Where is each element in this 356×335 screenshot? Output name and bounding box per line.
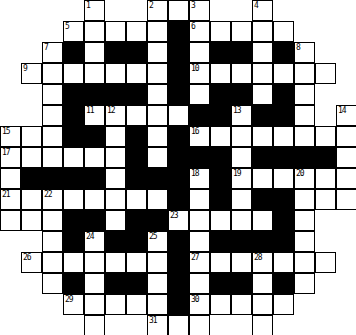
crossword-cell-r5c11[interactable]: 13	[231, 105, 252, 126]
crossword-cell-r1c6[interactable]	[126, 21, 147, 42]
block-cell-r13c5	[105, 273, 126, 294]
crossword-cell-r14c6[interactable]	[126, 294, 147, 315]
crossword-cell-r11c14[interactable]	[294, 231, 315, 252]
block-cell-r10c3	[63, 210, 84, 231]
block-cell-r11c6	[126, 231, 147, 252]
clue-number-30: 30	[191, 295, 199, 304]
crossword-cell-r5c4[interactable]: 11	[84, 105, 105, 126]
crossword-cell-r3c3[interactable]	[63, 63, 84, 84]
block-cell-r13c8	[168, 273, 189, 294]
block-cell-r2c13	[273, 42, 294, 63]
clue-number-13: 13	[233, 106, 241, 115]
block-cell-r13c6	[126, 273, 147, 294]
clue-number-11: 11	[86, 106, 94, 115]
void-area	[315, 105, 336, 126]
crossword-cell-r9c9[interactable]	[189, 189, 210, 210]
crossword-cell-r2c7[interactable]	[147, 42, 168, 63]
crossword-cell-r4c12[interactable]	[252, 84, 273, 105]
crossword-cell-r8c12[interactable]	[252, 168, 273, 189]
block-cell-r4c11	[231, 84, 252, 105]
void-area	[0, 231, 21, 252]
clue-number-17: 17	[2, 148, 10, 157]
void-area	[21, 315, 42, 335]
block-cell-r10c6	[126, 210, 147, 231]
crossword-cell-r10c5[interactable]	[105, 210, 126, 231]
block-cell-r4c4	[84, 84, 105, 105]
crossword-cell-r8c5[interactable]	[105, 168, 126, 189]
block-cell-r10c4	[84, 210, 105, 231]
block-cell-r4c8	[168, 84, 189, 105]
void-area	[315, 0, 336, 21]
crossword-cell-r8c13[interactable]	[273, 168, 294, 189]
clue-number-29: 29	[65, 295, 73, 304]
clue-number-2: 2	[149, 1, 153, 10]
crossword-cell-r1c7[interactable]	[147, 21, 168, 42]
crossword-cell-r5c8[interactable]	[168, 105, 189, 126]
void-area	[105, 315, 126, 335]
void-area	[0, 273, 21, 294]
crossword-cell-r1c5[interactable]	[105, 21, 126, 42]
clue-number-28: 28	[254, 253, 262, 262]
block-cell-r11c11	[231, 231, 252, 252]
clue-number-20: 20	[296, 169, 304, 178]
crossword-cell-r13c7[interactable]	[147, 273, 168, 294]
void-area	[126, 0, 147, 21]
block-cell-r7c10	[210, 147, 231, 168]
void-area	[42, 315, 63, 335]
void-area	[336, 273, 356, 294]
block-cell-r7c12	[252, 147, 273, 168]
block-cell-r11c8	[168, 231, 189, 252]
clue-number-31: 31	[149, 316, 157, 325]
void-area	[21, 84, 42, 105]
void-area	[0, 63, 21, 84]
block-cell-r8c6	[126, 168, 147, 189]
crossword-cell-r13c2[interactable]	[42, 273, 63, 294]
block-cell-r9c13	[273, 189, 294, 210]
void-area	[294, 21, 315, 42]
block-cell-r11c5	[105, 231, 126, 252]
crossword-cell-r0c7[interactable]: 2	[147, 0, 168, 21]
void-area	[63, 315, 84, 335]
crossword-cell-r3c5[interactable]	[105, 63, 126, 84]
crossword-cell-r3c7[interactable]	[147, 63, 168, 84]
void-area	[0, 105, 21, 126]
clue-number-18: 18	[191, 169, 199, 178]
crossword-cell-r6c12[interactable]	[252, 126, 273, 147]
void-area	[336, 231, 356, 252]
void-area	[315, 231, 336, 252]
crossword-cell-r0c9[interactable]: 3	[189, 0, 210, 21]
clue-number-9: 9	[23, 64, 27, 73]
void-area	[42, 294, 63, 315]
crossword-cell-r14c13[interactable]	[273, 294, 294, 315]
void-area	[336, 84, 356, 105]
crossword-cell-r9c3[interactable]	[63, 189, 84, 210]
block-cell-r4c6	[126, 84, 147, 105]
crossword-cell-r7c7[interactable]	[147, 147, 168, 168]
block-cell-r13c13	[273, 273, 294, 294]
void-area	[336, 252, 356, 273]
crossword-cell-r12c12[interactable]: 28	[252, 252, 273, 273]
void-area	[315, 294, 336, 315]
crossword-cell-r11c4[interactable]: 24	[84, 231, 105, 252]
crossword-cell-r11c7[interactable]: 25	[147, 231, 168, 252]
crossword-cell-r8c15[interactable]	[315, 168, 336, 189]
crossword-cell-r6c0[interactable]: 15	[0, 126, 21, 147]
crossword-cell-r6c11[interactable]	[231, 126, 252, 147]
crossword-cell-r9c2[interactable]: 22	[42, 189, 63, 210]
crossword-cell-r13c12[interactable]	[252, 273, 273, 294]
crossword-cell-r6c10[interactable]	[210, 126, 231, 147]
void-area	[42, 21, 63, 42]
crossword-cell-r6c15[interactable]	[315, 126, 336, 147]
void-area	[21, 231, 42, 252]
block-cell-r9c12	[252, 189, 273, 210]
clue-number-27: 27	[191, 253, 199, 262]
crossword-cell-r13c4[interactable]	[84, 273, 105, 294]
void-area	[0, 294, 21, 315]
void-area	[294, 315, 315, 335]
crossword-cell-r7c2[interactable]	[42, 147, 63, 168]
block-cell-r13c11	[231, 273, 252, 294]
void-area	[126, 315, 147, 335]
void-area	[336, 294, 356, 315]
block-cell-r5c9	[189, 105, 210, 126]
void-area	[63, 0, 84, 21]
void-area	[315, 21, 336, 42]
crossword-cell-r9c7[interactable]	[147, 189, 168, 210]
void-area	[21, 273, 42, 294]
crossword-cell-r3c4[interactable]	[84, 63, 105, 84]
block-cell-r6c3	[63, 126, 84, 147]
crossword-cell-r14c12[interactable]	[252, 294, 273, 315]
block-cell-r13c3	[63, 273, 84, 294]
crossword-cell-r8c11[interactable]: 19	[231, 168, 252, 189]
crossword-cell-r6c1[interactable]	[21, 126, 42, 147]
crossword-cell-r9c16[interactable]	[336, 189, 356, 210]
void-area	[21, 0, 42, 21]
crossword-cell-r9c0[interactable]: 21	[0, 189, 21, 210]
void-area	[336, 21, 356, 42]
crossword-cell-r3c14[interactable]	[294, 63, 315, 84]
void-area	[42, 0, 63, 21]
void-area	[336, 0, 356, 21]
block-cell-r11c10	[210, 231, 231, 252]
crossword-cell-r10c0[interactable]	[0, 210, 21, 231]
crossword-cell-r0c8[interactable]	[168, 0, 189, 21]
crossword-cell-r5c6[interactable]	[126, 105, 147, 126]
crossword-cell-r10c11[interactable]	[231, 210, 252, 231]
clue-number-5: 5	[65, 22, 69, 31]
block-cell-r2c3	[63, 42, 84, 63]
crossword-cell-r10c12[interactable]	[252, 210, 273, 231]
crossword-cell-r12c7[interactable]	[147, 252, 168, 273]
block-cell-r4c5	[105, 84, 126, 105]
clue-number-24: 24	[86, 232, 94, 241]
block-cell-r8c4	[84, 168, 105, 189]
block-cell-r5c3	[63, 105, 84, 126]
crossword-cell-r10c2[interactable]	[42, 210, 63, 231]
block-cell-r7c8	[168, 147, 189, 168]
void-area	[336, 42, 356, 63]
crossword-cell-r2c9[interactable]	[189, 42, 210, 63]
void-area	[0, 252, 21, 273]
void-area	[0, 84, 21, 105]
block-cell-r2c11	[231, 42, 252, 63]
crossword-cell-r5c5[interactable]: 12	[105, 105, 126, 126]
crossword-cell-r15c7[interactable]: 31	[147, 315, 168, 335]
crossword-cell-r12c14[interactable]	[294, 252, 315, 273]
crossword-cell-r4c2[interactable]	[42, 84, 63, 105]
clue-number-15: 15	[2, 127, 10, 136]
crossword-cell-r6c9[interactable]: 16	[189, 126, 210, 147]
block-cell-r10c7	[147, 210, 168, 231]
void-area	[231, 0, 252, 21]
block-cell-r2c5	[105, 42, 126, 63]
void-area	[294, 294, 315, 315]
crossword-cell-r12c6[interactable]	[126, 252, 147, 273]
crossword-cell-r12c15[interactable]	[315, 252, 336, 273]
crossword-cell-r13c9[interactable]	[189, 273, 210, 294]
block-cell-r7c14	[294, 147, 315, 168]
crossword-cell-r1c12[interactable]	[252, 21, 273, 42]
crossword-cell-r1c3[interactable]: 5	[63, 21, 84, 42]
block-cell-r12c8	[168, 252, 189, 273]
crossword-cell-r12c10[interactable]	[210, 252, 231, 273]
block-cell-r8c3	[63, 168, 84, 189]
crossword-cell-r3c11[interactable]	[231, 63, 252, 84]
block-cell-r5c12	[252, 105, 273, 126]
crossword-cell-r8c0[interactable]	[0, 168, 21, 189]
clue-number-21: 21	[2, 190, 10, 199]
void-area	[21, 21, 42, 42]
crossword-cell-r7c1[interactable]	[21, 147, 42, 168]
crossword-cell-r6c14[interactable]	[294, 126, 315, 147]
crossword-cell-r4c14[interactable]	[294, 84, 315, 105]
block-cell-r5c13	[273, 105, 294, 126]
block-cell-r8c1	[21, 168, 42, 189]
crossword-cell-r14c3[interactable]: 29	[63, 294, 84, 315]
crossword-cell-r5c14[interactable]	[294, 105, 315, 126]
crossword-cell-r1c10[interactable]	[210, 21, 231, 42]
clue-number-6: 6	[191, 22, 195, 31]
clue-number-26: 26	[23, 253, 31, 262]
crossword-cell-r0c4[interactable]: 1	[84, 0, 105, 21]
void-area	[336, 315, 356, 335]
crossword-cell-r6c13[interactable]	[273, 126, 294, 147]
void-area	[315, 210, 336, 231]
crossword-cell-r15c12[interactable]	[252, 315, 273, 335]
crossword-cell-r7c0[interactable]: 17	[0, 147, 21, 168]
crossword-cell-r3c15[interactable]	[315, 63, 336, 84]
crossword-cell-r3c2[interactable]	[42, 63, 63, 84]
crossword-cell-r2c4[interactable]	[84, 42, 105, 63]
void-area	[0, 315, 21, 335]
crossword-cell-r14c4[interactable]	[84, 294, 105, 315]
crossword-cell-r3c1[interactable]: 9	[21, 63, 42, 84]
crossword-cell-r1c13[interactable]	[273, 21, 294, 42]
void-area	[0, 0, 21, 21]
block-cell-r6c4	[84, 126, 105, 147]
crossword-cell-r15c4[interactable]	[84, 315, 105, 335]
block-cell-r8c10	[210, 168, 231, 189]
block-cell-r6c8	[168, 126, 189, 147]
crossword-cell-r9c5[interactable]	[105, 189, 126, 210]
crossword-cell-r9c15[interactable]	[315, 189, 336, 210]
crossword-cell-r12c4[interactable]	[84, 252, 105, 273]
block-cell-r5c10	[210, 105, 231, 126]
crossword-cell-r9c14[interactable]	[294, 189, 315, 210]
crossword-cell-r10c1[interactable]	[21, 210, 42, 231]
crossword-cell-r14c9[interactable]: 30	[189, 294, 210, 315]
crossword-cell-r14c5[interactable]	[105, 294, 126, 315]
clue-number-1: 1	[86, 1, 90, 10]
block-cell-r4c3	[63, 84, 84, 105]
crossword-cell-r3c10[interactable]	[210, 63, 231, 84]
block-cell-r11c3	[63, 231, 84, 252]
crossword-cell-r12c13[interactable]	[273, 252, 294, 273]
clue-number-16: 16	[191, 127, 199, 136]
crossword-cell-r6c16[interactable]	[336, 126, 356, 147]
block-cell-r2c6	[126, 42, 147, 63]
block-cell-r4c13	[273, 84, 294, 105]
crossword-cell-r0c12[interactable]: 4	[252, 0, 273, 21]
block-cell-r8c8	[168, 168, 189, 189]
block-cell-r9c10	[210, 189, 231, 210]
crossword-cell-r6c7[interactable]	[147, 126, 168, 147]
crossword-cell-r10c8[interactable]: 23	[168, 210, 189, 231]
void-area	[105, 0, 126, 21]
crossword-cell-r7c11[interactable]	[231, 147, 252, 168]
crossword-cell-r7c16[interactable]	[336, 147, 356, 168]
block-cell-r4c10	[210, 84, 231, 105]
clue-number-19: 19	[233, 169, 241, 178]
crossword-cell-r5c7[interactable]	[147, 105, 168, 126]
crossword-cell-r11c9[interactable]	[189, 231, 210, 252]
clue-number-10: 10	[191, 64, 199, 73]
crossword-cell-r9c1[interactable]	[21, 189, 42, 210]
void-area	[210, 0, 231, 21]
crossword-cell-r12c3[interactable]	[63, 252, 84, 273]
void-area	[21, 42, 42, 63]
void-area	[273, 315, 294, 335]
crossword-cell-r9c6[interactable]	[126, 189, 147, 210]
crossword-cell-r8c16[interactable]	[336, 168, 356, 189]
void-area	[21, 105, 42, 126]
clue-number-23: 23	[170, 211, 178, 220]
crossword-cell-r10c9[interactable]	[189, 210, 210, 231]
crossword-cell-r10c14[interactable]	[294, 210, 315, 231]
void-area	[315, 84, 336, 105]
clue-number-4: 4	[254, 1, 258, 10]
crossword-cell-r2c2[interactable]: 7	[42, 42, 63, 63]
crossword-board: 1234567891011121314151617181920212223242…	[0, 0, 356, 335]
block-cell-r1c8	[168, 21, 189, 42]
block-cell-r7c13	[273, 147, 294, 168]
block-cell-r3c8	[168, 63, 189, 84]
crossword-cell-r3c9[interactable]: 10	[189, 63, 210, 84]
crossword-cell-r4c7[interactable]	[147, 84, 168, 105]
crossword-cell-r1c11[interactable]	[231, 21, 252, 42]
crossword-cell-r2c14[interactable]: 8	[294, 42, 315, 63]
void-area	[210, 315, 231, 335]
block-cell-r7c15	[315, 147, 336, 168]
crossword-cell-r15c9[interactable]	[189, 315, 210, 335]
clue-number-8: 8	[296, 43, 300, 52]
void-area	[294, 0, 315, 21]
crossword-cell-r8c9[interactable]: 18	[189, 168, 210, 189]
clue-number-22: 22	[44, 190, 52, 199]
crossword-cell-r9c11[interactable]	[231, 189, 252, 210]
crossword-cell-r5c16[interactable]: 14	[336, 105, 356, 126]
crossword-cell-r12c5[interactable]	[105, 252, 126, 273]
clue-number-25: 25	[149, 232, 157, 241]
crossword-cell-r3c6[interactable]	[126, 63, 147, 84]
block-cell-r11c12	[252, 231, 273, 252]
void-area	[0, 21, 21, 42]
void-area	[315, 42, 336, 63]
crossword-cell-r11c2[interactable]	[42, 231, 63, 252]
block-cell-r8c2	[42, 168, 63, 189]
crossword-cell-r13c14[interactable]	[294, 273, 315, 294]
void-area	[315, 273, 336, 294]
crossword-cell-r6c5[interactable]	[105, 126, 126, 147]
block-cell-r8c7	[147, 168, 168, 189]
crossword-cell-r3c13[interactable]	[273, 63, 294, 84]
block-cell-r6c6	[126, 126, 147, 147]
clue-number-12: 12	[107, 106, 115, 115]
crossword-cell-r9c4[interactable]	[84, 189, 105, 210]
block-cell-r2c10	[210, 42, 231, 63]
crossword-cell-r7c4[interactable]	[84, 147, 105, 168]
block-cell-r7c6	[126, 147, 147, 168]
crossword-cell-r4c9[interactable]	[189, 84, 210, 105]
crossword-cell-r14c10[interactable]	[210, 294, 231, 315]
block-cell-r7c9	[189, 147, 210, 168]
crossword-cell-r12c9[interactable]: 27	[189, 252, 210, 273]
crossword-cell-r7c5[interactable]	[105, 147, 126, 168]
crossword-cell-r10c10[interactable]	[210, 210, 231, 231]
block-cell-r9c8	[168, 189, 189, 210]
crossword-cell-r12c1[interactable]: 26	[21, 252, 42, 273]
void-area	[315, 315, 336, 335]
void-area	[336, 63, 356, 84]
crossword-cell-r12c2[interactable]	[42, 252, 63, 273]
crossword-cell-r12c11[interactable]	[231, 252, 252, 273]
void-area	[273, 0, 294, 21]
crossword-cell-r1c4[interactable]	[84, 21, 105, 42]
crossword-cell-r7c3[interactable]	[63, 147, 84, 168]
crossword-cell-r6c2[interactable]	[42, 126, 63, 147]
void-area	[21, 294, 42, 315]
crossword-cell-r2c12[interactable]	[252, 42, 273, 63]
crossword-cell-r14c7[interactable]	[147, 294, 168, 315]
block-cell-r10c13	[273, 210, 294, 231]
block-cell-r11c13	[273, 231, 294, 252]
clue-number-3: 3	[191, 1, 195, 10]
crossword-cell-r3c12[interactable]	[252, 63, 273, 84]
crossword-cell-r8c14[interactable]: 20	[294, 168, 315, 189]
block-cell-r14c8	[168, 294, 189, 315]
clue-number-14: 14	[338, 106, 346, 115]
clue-number-7: 7	[44, 43, 48, 52]
crossword-cell-r15c8[interactable]	[168, 315, 189, 335]
crossword-cell-r14c11[interactable]	[231, 294, 252, 315]
crossword-cell-r5c2[interactable]	[42, 105, 63, 126]
void-area	[336, 210, 356, 231]
crossword-cell-r1c9[interactable]: 6	[189, 21, 210, 42]
